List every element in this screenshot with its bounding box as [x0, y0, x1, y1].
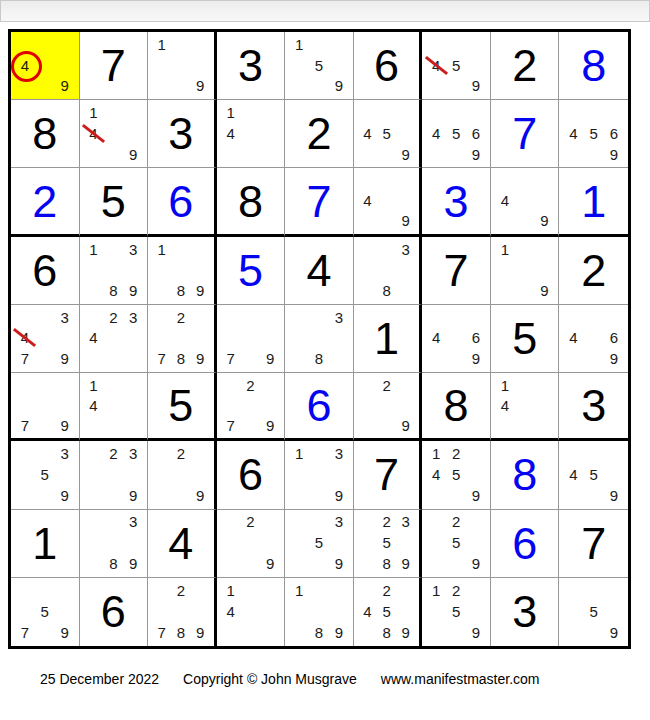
empty-candidate-slot: [289, 601, 309, 622]
given-digit: 7: [354, 441, 420, 508]
empty-candidate-slot: [329, 601, 349, 622]
candidate: 1: [84, 102, 104, 123]
empty-candidate-slot: [426, 512, 446, 533]
empty-candidate-slot: [563, 622, 583, 643]
empty-candidate-slot: [241, 532, 261, 553]
empty-candidate-slot: [358, 622, 377, 643]
candidate: 3: [396, 512, 415, 533]
empty-candidate-slot: [84, 443, 104, 464]
empty-candidate-slot: [152, 259, 171, 280]
cell-r6c1[interactable]: 79: [11, 373, 80, 441]
empty-candidate-slot: [260, 580, 280, 601]
cell-r5c3[interactable]: 2789: [148, 305, 217, 373]
empty-candidate-slot: [103, 464, 123, 485]
cell-r1c7[interactable]: 459: [422, 32, 491, 100]
empty-candidate-slot: [171, 464, 190, 485]
empty-candidate-slot: [152, 75, 171, 96]
cell-r3c2[interactable]: 5: [80, 168, 149, 236]
empty-candidate-slot: [103, 512, 123, 533]
cell-r1c1[interactable]: 49: [11, 32, 80, 100]
cell-r8c9[interactable]: 7: [559, 510, 628, 578]
cell-r2c6[interactable]: 459: [354, 100, 423, 168]
candidate: 1: [426, 580, 446, 601]
empty-candidate-slot: [123, 395, 143, 415]
cell-r9c1[interactable]: 579: [11, 578, 80, 646]
empty-candidate-slot: [309, 34, 329, 55]
empty-candidate-slot: [15, 375, 35, 395]
empty-candidate-slot: [241, 102, 261, 123]
candidate: 3: [55, 443, 75, 464]
cell-r7c7[interactable]: 12459: [422, 441, 491, 509]
cell-r1c8[interactable]: 2: [491, 32, 560, 100]
given-digit: 6: [217, 441, 285, 508]
empty-candidate-slot: [289, 55, 309, 76]
candidate: 9: [535, 211, 555, 231]
empty-candidate-slot: [123, 532, 143, 553]
cell-r9c9[interactable]: 59: [559, 578, 628, 646]
given-digit: 4: [285, 237, 353, 304]
empty-candidate-slot: [15, 307, 35, 328]
candidate: 3: [123, 239, 143, 260]
cell-r7c1[interactable]: 359: [11, 441, 80, 509]
empty-candidate-slot: [241, 144, 261, 165]
empty-candidate-slot: [15, 443, 35, 464]
empty-candidate-slot: [396, 191, 415, 211]
pencil-marks: 14: [84, 375, 144, 435]
empty-candidate-slot: [584, 102, 604, 123]
empty-candidate-slot: [358, 512, 377, 533]
candidate: 1: [221, 580, 241, 601]
empty-candidate-slot: [84, 307, 104, 328]
cell-r4c7[interactable]: 7: [422, 237, 491, 305]
empty-candidate-slot: [84, 348, 104, 369]
empty-candidate-slot: [515, 170, 535, 190]
cell-r7c3[interactable]: 29: [148, 441, 217, 509]
given-digit: 2: [559, 237, 628, 304]
empty-candidate-slot: [495, 211, 515, 231]
empty-candidate-slot: [152, 307, 171, 328]
cell-r5c7[interactable]: 469: [422, 305, 491, 373]
empty-candidate-slot: [35, 34, 55, 55]
empty-candidate-slot: [260, 328, 280, 349]
given-digit: 3: [559, 373, 628, 438]
cell-r3c3[interactable]: 6: [148, 168, 217, 236]
candidate: 9: [396, 553, 415, 574]
cell-r2c3[interactable]: 3: [148, 100, 217, 168]
candidate: 9: [260, 553, 280, 574]
candidate: 9: [123, 485, 143, 506]
empty-candidate-slot: [377, 239, 396, 260]
candidate: 4: [84, 328, 104, 349]
cell-r6c6[interactable]: 29: [354, 373, 423, 441]
cell-r4c6[interactable]: 38: [354, 237, 423, 305]
empty-candidate-slot: [35, 485, 55, 506]
empty-candidate-slot: [221, 375, 241, 395]
cell-r3c7[interactable]: 3: [422, 168, 491, 236]
given-digit: 8: [422, 373, 490, 438]
cell-r6c9[interactable]: 3: [559, 373, 628, 441]
empty-candidate-slot: [584, 443, 604, 464]
empty-candidate-slot: [221, 395, 241, 415]
given-digit: 4: [148, 510, 214, 577]
candidate: 8: [377, 622, 396, 643]
cell-r2c4[interactable]: 14: [217, 100, 286, 168]
given-digit: 7: [80, 32, 148, 99]
empty-candidate-slot: [446, 34, 466, 55]
empty-candidate-slot: [446, 328, 466, 349]
empty-candidate-slot: [289, 622, 309, 643]
cell-r2c2[interactable]: 149: [80, 100, 149, 168]
empty-candidate-slot: [15, 395, 35, 415]
candidate: 4: [563, 464, 583, 485]
empty-candidate-slot: [35, 328, 55, 349]
candidate: 2: [103, 443, 123, 464]
sudoku-page: 4971931596459288149314245945697456925687…: [0, 0, 650, 720]
empty-candidate-slot: [152, 443, 171, 464]
empty-candidate-slot: [466, 532, 486, 553]
empty-candidate-slot: [84, 415, 104, 435]
empty-candidate-slot: [190, 259, 209, 280]
candidate-eliminated: 4: [15, 328, 35, 349]
cell-r2c5[interactable]: 2: [285, 100, 354, 168]
empty-candidate-slot: [103, 123, 123, 144]
cell-r3c9[interactable]: 1: [559, 168, 628, 236]
cell-r8c3[interactable]: 4: [148, 510, 217, 578]
candidate: 9: [329, 485, 349, 506]
pencil-marks: 49: [495, 170, 555, 230]
empty-candidate-slot: [171, 239, 190, 260]
candidate: 6: [466, 123, 486, 144]
cell-r4c1[interactable]: 6: [11, 237, 80, 305]
cell-r2c9[interactable]: 4569: [559, 100, 628, 168]
empty-candidate-slot: [446, 348, 466, 369]
pencil-marks: 79: [221, 307, 281, 369]
cell-r1c5[interactable]: 159: [285, 32, 354, 100]
empty-candidate-slot: [103, 259, 123, 280]
candidate: 5: [35, 601, 55, 622]
cell-r6c3[interactable]: 5: [148, 373, 217, 441]
empty-candidate-slot: [446, 622, 466, 643]
cell-r6c2[interactable]: 14: [80, 373, 149, 441]
candidate: 9: [190, 75, 209, 96]
cell-r4c3[interactable]: 189: [148, 237, 217, 305]
candidate: 7: [152, 348, 171, 369]
candidate: 1: [221, 102, 241, 123]
empty-candidate-slot: [604, 464, 624, 485]
empty-candidate-slot: [55, 375, 75, 395]
empty-candidate-slot: [260, 144, 280, 165]
given-digit: 6: [11, 237, 79, 304]
empty-candidate-slot: [358, 144, 377, 165]
cell-r5c5[interactable]: 38: [285, 305, 354, 373]
cell-r9c8[interactable]: 3: [491, 578, 560, 646]
empty-candidate-slot: [535, 239, 555, 260]
solved-digit: 2: [11, 168, 79, 233]
cell-r7c8[interactable]: 8: [491, 441, 560, 509]
candidate: 3: [55, 307, 75, 328]
given-digit: 1: [354, 305, 420, 372]
candidate: 9: [396, 622, 415, 643]
empty-candidate-slot: [426, 307, 446, 328]
candidate: 5: [377, 532, 396, 553]
empty-candidate-slot: [221, 144, 241, 165]
cell-r9c4[interactable]: 14: [217, 578, 286, 646]
cell-r6c4[interactable]: 279: [217, 373, 286, 441]
cell-r9c6[interactable]: 24589: [354, 578, 423, 646]
cell-r4c9[interactable]: 2: [559, 237, 628, 305]
cell-r1c9[interactable]: 8: [559, 32, 628, 100]
candidate: 4: [426, 464, 446, 485]
cell-r1c4[interactable]: 3: [217, 32, 286, 100]
empty-candidate-slot: [309, 601, 329, 622]
empty-candidate-slot: [15, 580, 35, 601]
candidate: 9: [329, 622, 349, 643]
cell-r2c7[interactable]: 4569: [422, 100, 491, 168]
cell-r8c7[interactable]: 259: [422, 510, 491, 578]
cell-r5c1[interactable]: 3479: [11, 305, 80, 373]
empty-candidate-slot: [396, 601, 415, 622]
cell-r9c5[interactable]: 189: [285, 578, 354, 646]
pencil-marks: 2789: [152, 307, 210, 369]
cell-r5c8[interactable]: 5: [491, 305, 560, 373]
empty-candidate-slot: [35, 622, 55, 643]
candidate: 2: [377, 512, 396, 533]
given-digit: 3: [148, 100, 214, 167]
cell-r3c6[interactable]: 49: [354, 168, 423, 236]
sudoku-board: 4971931596459288149314245945697456925687…: [8, 29, 631, 649]
given-digit: 7: [422, 237, 490, 304]
candidate: 1: [152, 239, 171, 260]
solved-digit: 1: [559, 168, 628, 233]
empty-candidate-slot: [563, 102, 583, 123]
pencil-marks: 59: [563, 580, 624, 643]
given-digit: 1: [11, 510, 79, 577]
cell-r8c8[interactable]: 6: [491, 510, 560, 578]
cell-r8c4[interactable]: 29: [217, 510, 286, 578]
cell-r5c9[interactable]: 469: [559, 305, 628, 373]
empty-candidate-slot: [55, 580, 75, 601]
cell-r8c5[interactable]: 359: [285, 510, 354, 578]
empty-candidate-slot: [396, 170, 415, 190]
empty-candidate-slot: [358, 280, 377, 301]
empty-candidate-slot: [466, 601, 486, 622]
empty-candidate-slot: [584, 580, 604, 601]
cell-r4c2[interactable]: 1389: [80, 237, 149, 305]
candidate: 8: [377, 280, 396, 301]
footer-website: www.manifestmaster.com: [381, 671, 540, 687]
empty-candidate-slot: [123, 348, 143, 369]
cell-r7c5[interactable]: 139: [285, 441, 354, 509]
solved-digit: 8: [559, 32, 628, 99]
empty-candidate-slot: [55, 464, 75, 485]
candidate: 3: [123, 307, 143, 328]
empty-candidate-slot: [358, 395, 377, 415]
candidate: 4: [495, 395, 515, 415]
empty-candidate-slot: [584, 348, 604, 369]
empty-candidate-slot: [329, 328, 349, 349]
empty-candidate-slot: [152, 328, 171, 349]
pencil-marks: 3479: [15, 307, 75, 369]
empty-candidate-slot: [358, 239, 377, 260]
empty-candidate-slot: [329, 580, 349, 601]
empty-candidate-slot: [221, 622, 241, 643]
cell-r3c5[interactable]: 7: [285, 168, 354, 236]
candidate: 5: [35, 464, 55, 485]
empty-candidate-slot: [241, 328, 261, 349]
solved-digit: 5: [217, 237, 285, 304]
candidate: 8: [309, 348, 329, 369]
given-digit: 5: [80, 168, 148, 233]
empty-candidate-slot: [495, 170, 515, 190]
empty-candidate-slot: [563, 443, 583, 464]
candidate: 1: [495, 375, 515, 395]
empty-candidate-slot: [309, 512, 329, 533]
cell-r7c9[interactable]: 459: [559, 441, 628, 509]
empty-candidate-slot: [377, 395, 396, 415]
cell-r3c4[interactable]: 8: [217, 168, 286, 236]
cell-r5c6[interactable]: 1: [354, 305, 423, 373]
candidate: 9: [55, 622, 75, 643]
empty-candidate-slot: [260, 102, 280, 123]
candidate: 5: [446, 464, 466, 485]
candidate: 9: [55, 415, 75, 435]
empty-candidate-slot: [396, 395, 415, 415]
cell-r4c4[interactable]: 5: [217, 237, 286, 305]
empty-candidate-slot: [515, 395, 535, 415]
candidate-eliminated: 4: [426, 55, 446, 76]
empty-candidate-slot: [466, 443, 486, 464]
candidate: 8: [377, 553, 396, 574]
empty-candidate-slot: [35, 75, 55, 96]
empty-candidate-slot: [260, 123, 280, 144]
empty-candidate-slot: [152, 580, 171, 601]
candidate: 9: [466, 553, 486, 574]
given-digit: 2: [285, 100, 353, 167]
candidate: 9: [466, 144, 486, 165]
cell-r5c2[interactable]: 234: [80, 305, 149, 373]
candidate: 9: [466, 75, 486, 96]
pencil-marks: 139: [289, 443, 349, 505]
cell-r7c4[interactable]: 6: [217, 441, 286, 509]
pencil-marks: 38: [358, 239, 416, 301]
empty-candidate-slot: [535, 375, 555, 395]
candidate: 5: [309, 532, 329, 553]
cell-r6c8[interactable]: 14: [491, 373, 560, 441]
empty-candidate-slot: [426, 34, 446, 55]
pencil-marks: 19: [495, 239, 555, 301]
cell-r8c2[interactable]: 389: [80, 510, 149, 578]
candidate: 2: [241, 375, 261, 395]
pencil-marks: 359: [15, 443, 75, 505]
given-digit: 3: [491, 578, 559, 646]
cell-r4c5[interactable]: 4: [285, 237, 354, 305]
empty-candidate-slot: [35, 415, 55, 435]
pencil-marks: 579: [15, 580, 75, 643]
pencil-marks: 189: [289, 580, 349, 643]
cell-r2c1[interactable]: 8: [11, 100, 80, 168]
empty-candidate-slot: [515, 415, 535, 435]
cell-r1c2[interactable]: 7: [80, 32, 149, 100]
candidate: 1: [84, 375, 104, 395]
empty-candidate-slot: [377, 191, 396, 211]
cell-r2c8[interactable]: 7: [491, 100, 560, 168]
candidate: 5: [446, 123, 466, 144]
empty-candidate-slot: [103, 532, 123, 553]
candidate: 5: [377, 123, 396, 144]
cell-r9c3[interactable]: 2789: [148, 578, 217, 646]
empty-candidate-slot: [466, 512, 486, 533]
empty-candidate-slot: [604, 601, 624, 622]
cell-r6c5[interactable]: 6: [285, 373, 354, 441]
empty-candidate-slot: [241, 348, 261, 369]
cell-r1c3[interactable]: 19: [148, 32, 217, 100]
cell-r8c6[interactable]: 23589: [354, 510, 423, 578]
empty-candidate-slot: [495, 415, 515, 435]
solved-digit: 3: [422, 168, 490, 233]
candidate: 1: [84, 239, 104, 260]
empty-candidate-slot: [123, 415, 143, 435]
candidate: 5: [584, 601, 604, 622]
candidate: 9: [190, 348, 209, 369]
empty-candidate-slot: [446, 144, 466, 165]
cell-r7c2[interactable]: 239: [80, 441, 149, 509]
cell-r3c8[interactable]: 49: [491, 168, 560, 236]
pencil-marks: 14: [495, 375, 555, 435]
cell-r1c6[interactable]: 6: [354, 32, 423, 100]
cell-r8c1[interactable]: 1: [11, 510, 80, 578]
empty-candidate-slot: [260, 532, 280, 553]
candidate-red-circled: 4: [15, 55, 35, 76]
empty-candidate-slot: [241, 601, 261, 622]
candidate: 9: [329, 553, 349, 574]
empty-candidate-slot: [171, 328, 190, 349]
empty-candidate-slot: [584, 485, 604, 506]
pencil-marks: 79: [15, 375, 75, 435]
empty-candidate-slot: [604, 580, 624, 601]
empty-candidate-slot: [260, 395, 280, 415]
candidate: 6: [466, 328, 486, 349]
cell-r9c2[interactable]: 6: [80, 578, 149, 646]
empty-candidate-slot: [241, 395, 261, 415]
empty-candidate-slot: [396, 280, 415, 301]
cell-r7c6[interactable]: 7: [354, 441, 423, 509]
empty-candidate-slot: [466, 464, 486, 485]
cell-r6c7[interactable]: 8: [422, 373, 491, 441]
empty-candidate-slot: [377, 259, 396, 280]
empty-candidate-slot: [171, 601, 190, 622]
cell-r3c1[interactable]: 2: [11, 168, 80, 236]
candidate: 3: [329, 512, 349, 533]
empty-candidate-slot: [584, 307, 604, 328]
empty-candidate-slot: [84, 280, 104, 301]
empty-candidate-slot: [221, 328, 241, 349]
empty-candidate-slot: [190, 601, 209, 622]
candidate: 9: [604, 485, 624, 506]
cell-r5c4[interactable]: 79: [217, 305, 286, 373]
cell-r4c8[interactable]: 19: [491, 237, 560, 305]
empty-candidate-slot: [152, 55, 171, 76]
empty-candidate-slot: [289, 485, 309, 506]
solved-digit: 8: [491, 441, 559, 508]
empty-candidate-slot: [377, 102, 396, 123]
cell-r9c7[interactable]: 1259: [422, 578, 491, 646]
empty-candidate-slot: [103, 239, 123, 260]
candidate: 8: [309, 622, 329, 643]
candidate: 3: [396, 239, 415, 260]
empty-candidate-slot: [396, 123, 415, 144]
candidate: 1: [495, 239, 515, 260]
candidate: 2: [171, 307, 190, 328]
